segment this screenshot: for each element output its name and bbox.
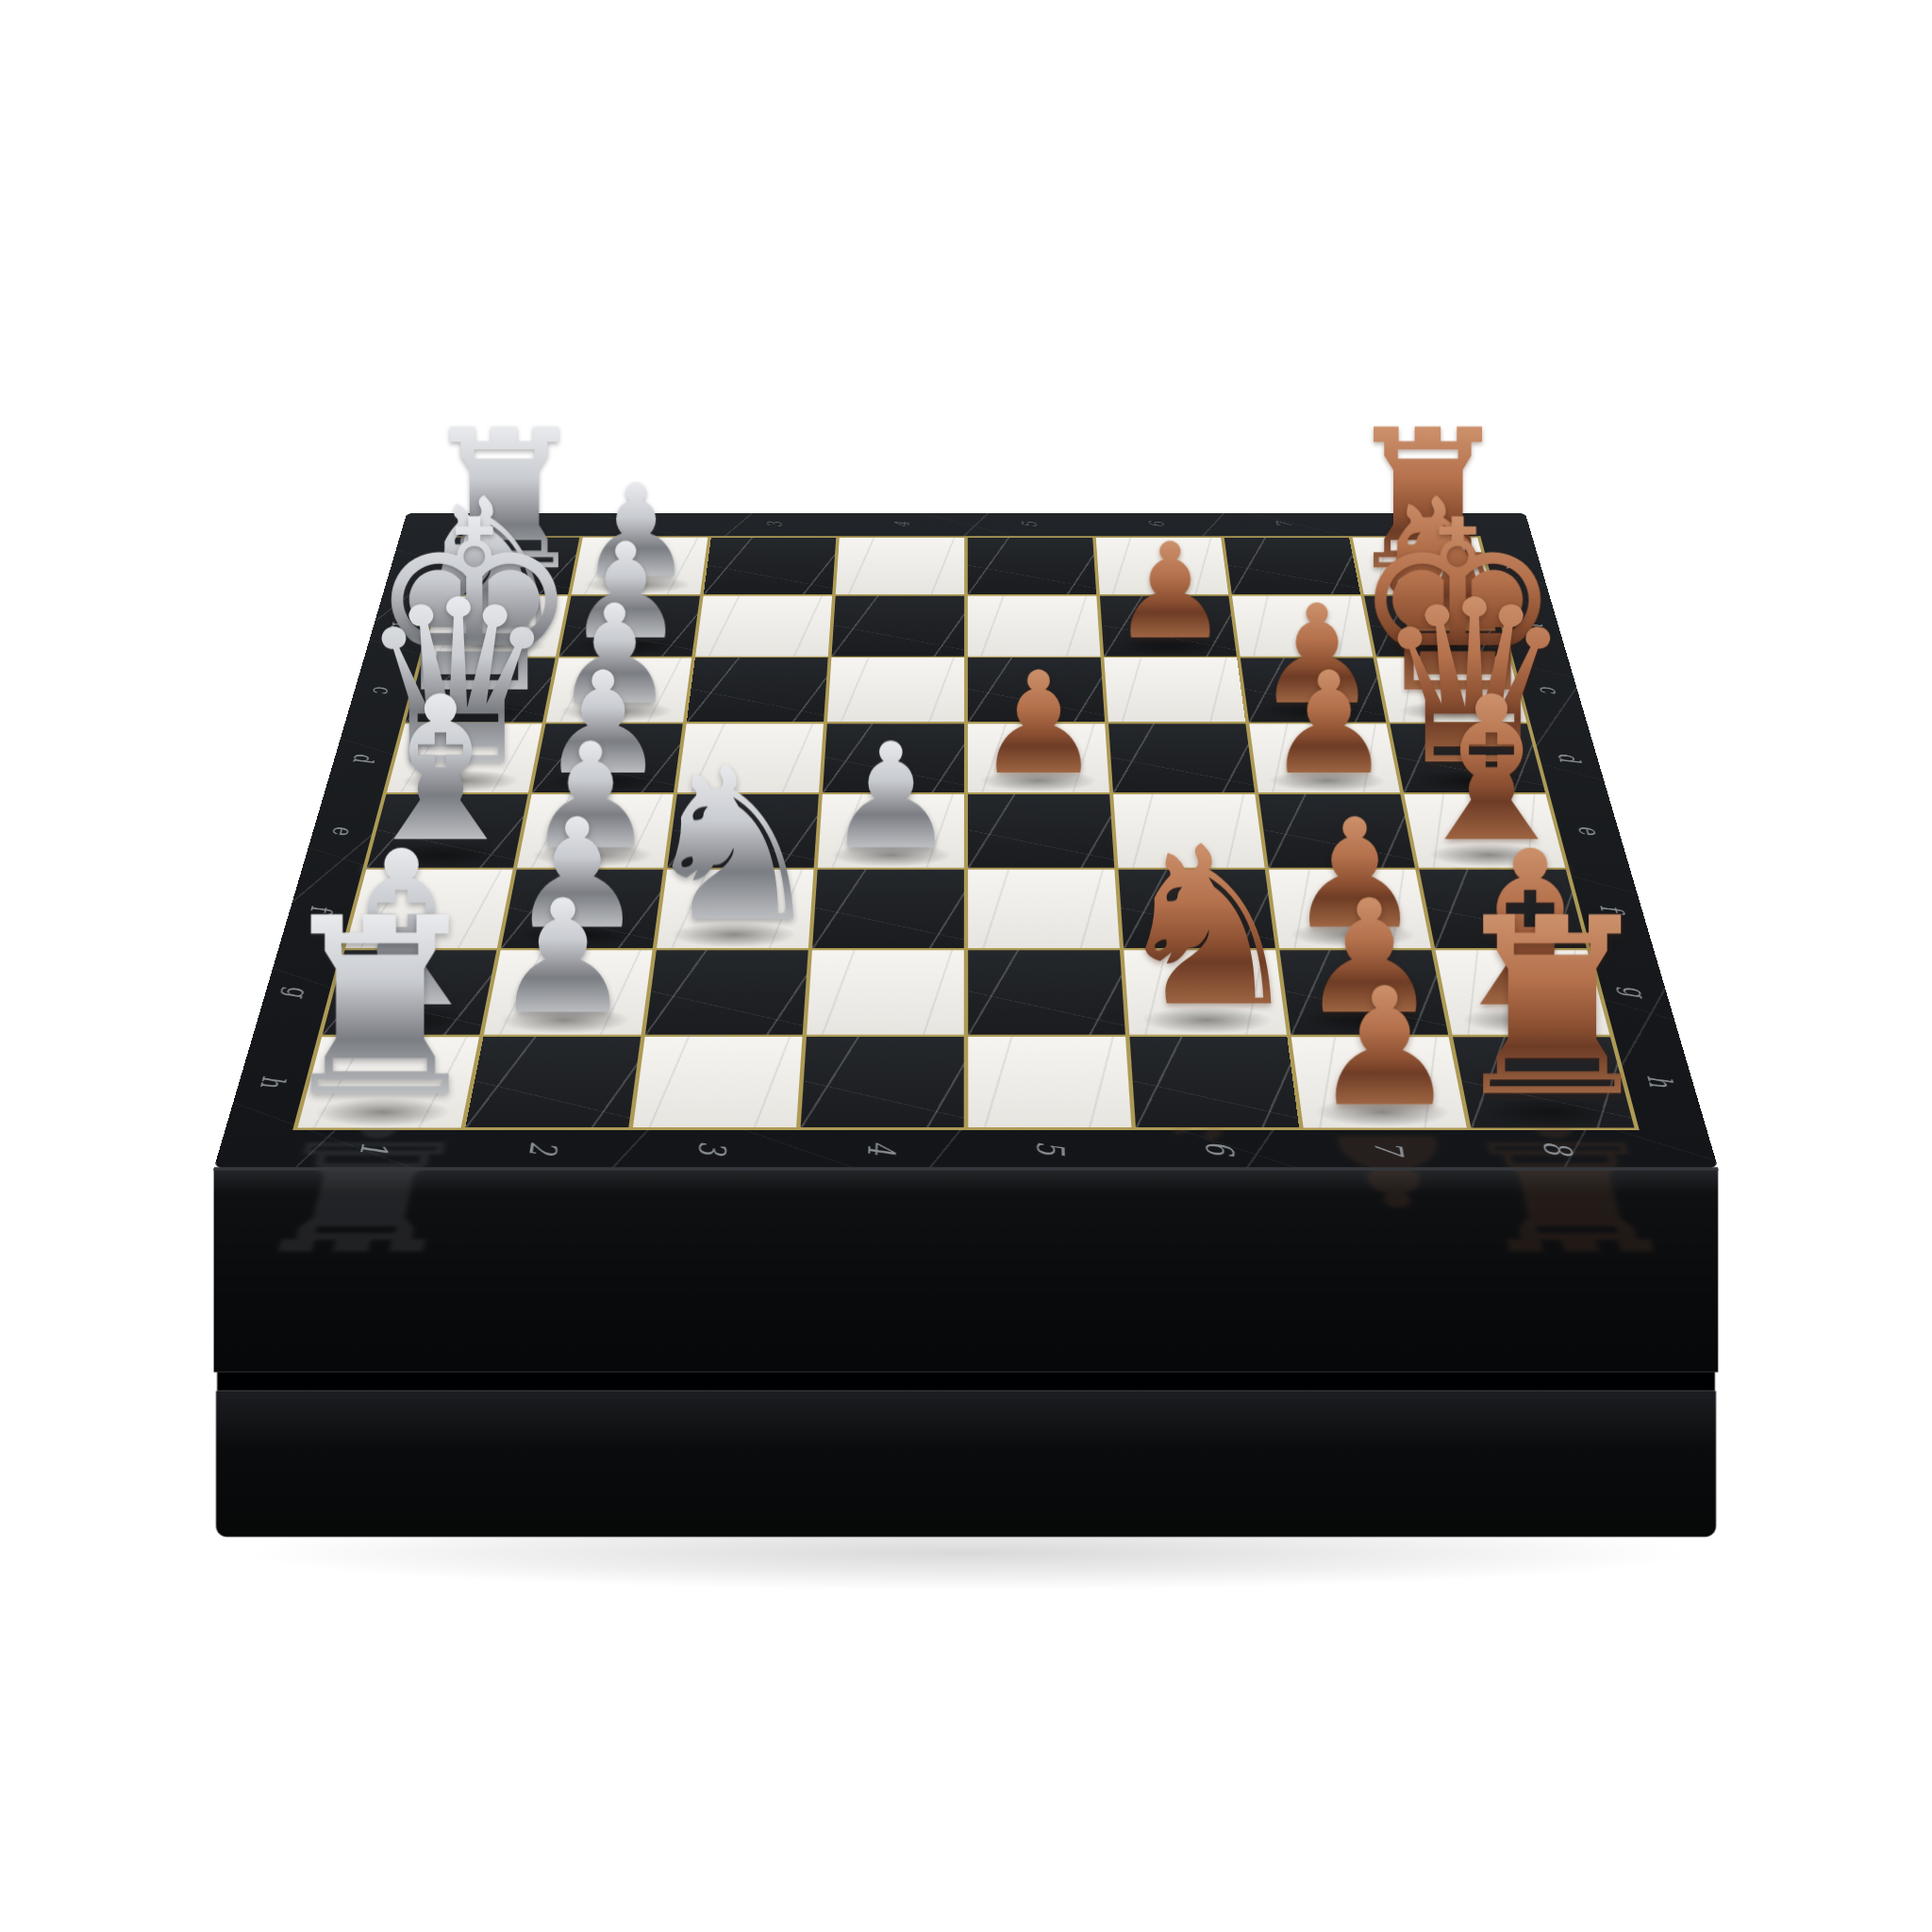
square-g2[interactable]: ♟♟ (484, 950, 653, 1034)
square-b4[interactable] (832, 596, 965, 657)
piece-reflection: ♟ (1311, 1124, 1475, 1216)
rank-label-back-4: 4 (891, 522, 914, 527)
square-g6[interactable]: ♞♞ (1124, 950, 1287, 1034)
rank-label-back-2: 2 (636, 522, 660, 527)
square-h2[interactable] (465, 1037, 641, 1127)
square-h6[interactable] (1130, 1037, 1300, 1127)
square-b6[interactable]: ♟ (1100, 596, 1237, 657)
piece-silver-pawn-g2: ♟ (492, 883, 633, 1032)
piece-copper-pawn-b6: ♟ (1110, 528, 1229, 654)
square-h8[interactable]: ♜♜ (1453, 1037, 1634, 1127)
piece-copper-pawn-d5: ♟ (975, 657, 1102, 791)
file-label-left-7: a (402, 562, 433, 569)
scene: ♜♟♜♞♟♟♞♚♟♟♚♛♛♟♟♟♟♟♟♛♛♝♝♟♟♟♟♝♝♟♟♞♞♟♟♝♝♟♟♞… (0, 0, 1932, 1932)
box-lid-seam (217, 1372, 1715, 1391)
square-d7[interactable]: ♟♟ (1249, 724, 1400, 792)
rank-label-back-8: 8 (1400, 522, 1424, 527)
square-f5[interactable] (968, 870, 1120, 948)
square-e4[interactable]: ♟♟ (818, 794, 964, 868)
chess-board: ♜♟♜♞♟♟♞♚♟♟♚♛♛♟♟♟♟♟♟♛♛♝♝♟♟♟♟♝♝♟♟♞♞♟♟♝♝♟♟♞… (214, 513, 1719, 1169)
square-g5[interactable] (968, 950, 1125, 1034)
square-c3[interactable] (687, 658, 828, 722)
piece-copper-rook-h8: ♜ (1442, 892, 1662, 1124)
square-a4[interactable] (836, 538, 964, 594)
rank-label-front-5: 5 (1028, 1141, 1073, 1156)
rank-label-back-7: 7 (1273, 522, 1297, 527)
square-f3[interactable]: ♞♞ (657, 870, 813, 948)
file-label-right-7: a (1499, 562, 1530, 569)
file-label-right-6: b (1515, 622, 1548, 629)
square-c6[interactable] (1104, 658, 1245, 722)
square-b3[interactable] (695, 596, 832, 657)
piece-reflection: ♞ (1109, 1031, 1324, 1153)
file-label-left-6: b (384, 622, 417, 629)
rank-label-back-3: 3 (763, 522, 787, 527)
rank-label-front-2: 2 (521, 1141, 567, 1156)
square-h7[interactable]: ♟♟ (1291, 1037, 1467, 1127)
rank-label-back-1: 1 (508, 522, 532, 527)
box-base-face (216, 1391, 1716, 1537)
piece-silver-knight-f3: ♞ (638, 744, 828, 946)
square-g4[interactable] (807, 950, 964, 1034)
piece-reflection: ♜ (231, 1124, 490, 1265)
piece-reflection: ♜ (1442, 1124, 1701, 1265)
rank-label-back-5: 5 (1018, 522, 1041, 527)
square-d5[interactable]: ♟♟ (968, 724, 1109, 792)
square-a3[interactable] (704, 538, 836, 594)
square-d6[interactable] (1108, 724, 1255, 792)
piece-copper-knight-g6: ♞ (1109, 824, 1307, 1032)
rank-label-back-6: 6 (1145, 522, 1169, 527)
square-h1[interactable]: ♜♜ (298, 1037, 479, 1127)
rank-label-front-4: 4 (859, 1141, 904, 1156)
square-a5[interactable] (968, 538, 1096, 594)
piece-silver-rook-h1: ♜ (270, 892, 490, 1124)
board-grid: ♜♟♜♞♟♟♞♚♟♟♚♛♛♟♟♟♟♟♟♛♛♝♝♟♟♟♟♝♝♟♟♞♞♟♟♝♝♟♟♞… (292, 536, 1640, 1130)
piece-copper-pawn-d7: ♟ (1265, 657, 1391, 791)
square-h3[interactable] (633, 1037, 803, 1127)
product-photo-page: ♜♟♜♞♟♟♞♚♟♟♚♛♛♟♟♟♟♟♟♛♛♝♝♟♟♟♟♝♝♟♟♞♞♟♟♝♝♟♟♞… (0, 0, 1932, 1932)
square-h5[interactable] (968, 1037, 1131, 1127)
piece-silver-pawn-e4: ♟ (825, 726, 957, 865)
rank-label-front-3: 3 (690, 1141, 735, 1156)
piece-copper-pawn-h7: ♟ (1311, 970, 1457, 1124)
square-h4[interactable] (801, 1037, 964, 1127)
